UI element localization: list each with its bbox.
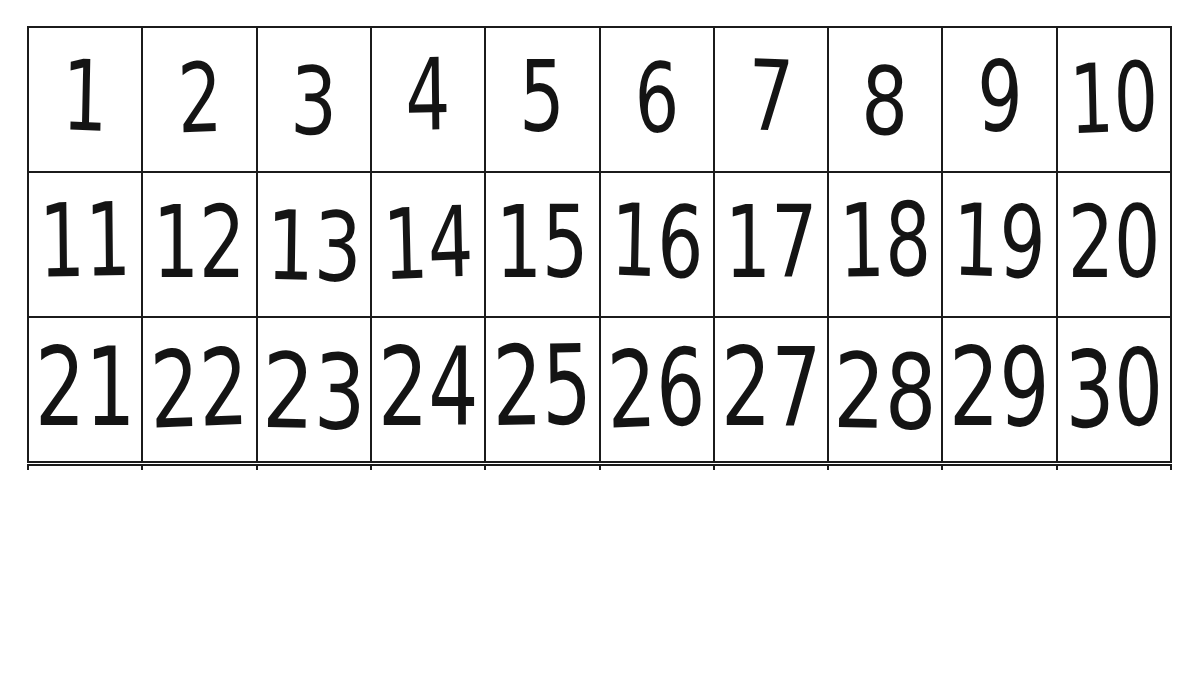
cell-number: 30	[1064, 333, 1164, 443]
cell-number: 24	[378, 333, 479, 441]
number-chart-board: 1234567891011121314151617181920212223242…	[27, 26, 1172, 470]
cell-22: 22	[143, 318, 257, 463]
cell-21: 21	[29, 318, 143, 463]
cell-2: 2	[143, 28, 257, 173]
cell-14: 14	[372, 173, 486, 318]
cell-number: 1	[61, 47, 108, 146]
cell-27: 27	[715, 318, 829, 463]
cell-number: 4	[405, 45, 451, 146]
cell-number: 9	[977, 49, 1022, 147]
cell-25: 25	[486, 318, 600, 463]
cell-8: 8	[829, 28, 943, 173]
cell-number: 27	[721, 333, 822, 441]
cell-28: 28	[829, 318, 943, 463]
cell-number: 10	[1068, 49, 1159, 149]
partial-cell	[372, 466, 486, 470]
cell-7: 7	[715, 28, 829, 173]
cell-29: 29	[943, 318, 1057, 463]
cell-17: 17	[715, 173, 829, 318]
cell-number: 11	[39, 188, 132, 292]
cell-number: 23	[261, 338, 366, 445]
cell-number: 20	[1067, 193, 1160, 293]
partial-cell	[1058, 466, 1172, 470]
cell-10: 10	[1058, 28, 1172, 173]
number-chart-page: 1234567891011121314151617181920212223242…	[0, 0, 1200, 688]
partial-row	[27, 464, 1172, 470]
cell-16: 16	[601, 173, 715, 318]
cell-number: 7	[747, 47, 794, 146]
cell-number: 2	[176, 50, 222, 148]
cell-number: 22	[149, 333, 249, 443]
partial-cell	[943, 466, 1057, 470]
cell-number: 14	[382, 193, 475, 295]
cell-3: 3	[258, 28, 372, 173]
cell-number: 5	[520, 49, 565, 147]
cell-19: 19	[943, 173, 1057, 318]
cell-4: 4	[372, 28, 486, 173]
cell-number: 26	[606, 333, 706, 443]
cell-number: 18	[839, 188, 932, 292]
cell-11: 11	[29, 173, 143, 318]
cell-13: 13	[258, 173, 372, 318]
partial-cell	[715, 466, 829, 470]
cell-number: 13	[265, 197, 362, 295]
cell-number: 8	[861, 54, 909, 149]
cell-5: 5	[486, 28, 600, 173]
cell-9: 9	[943, 28, 1057, 173]
number-grid: 1234567891011121314151617181920212223242…	[27, 26, 1172, 463]
cell-30: 30	[1058, 318, 1172, 463]
cell-number: 28	[833, 338, 938, 445]
cell-20: 20	[1058, 173, 1172, 318]
partial-cell	[29, 466, 143, 470]
partial-cell	[486, 466, 600, 470]
partial-cell	[829, 466, 943, 470]
cell-23: 23	[258, 318, 372, 463]
partial-cell	[601, 466, 715, 470]
cell-6: 6	[601, 28, 715, 173]
cell-number: 3	[290, 54, 338, 149]
cell-number: 17	[725, 193, 818, 293]
cell-number: 25	[492, 329, 592, 441]
partial-cell	[258, 466, 372, 470]
cell-number: 12	[153, 193, 246, 293]
cell-24: 24	[372, 318, 486, 463]
cell-number: 15	[496, 193, 589, 293]
cell-number: 16	[609, 190, 704, 293]
cell-number: 19	[952, 190, 1047, 293]
cell-18: 18	[829, 173, 943, 318]
partial-cell	[143, 466, 257, 470]
cell-number: 6	[633, 50, 679, 148]
cell-15: 15	[486, 173, 600, 318]
cell-1: 1	[29, 28, 143, 173]
cell-26: 26	[601, 318, 715, 463]
cell-12: 12	[143, 173, 257, 318]
cell-number: 21	[35, 333, 136, 441]
cell-number: 29	[949, 333, 1050, 441]
